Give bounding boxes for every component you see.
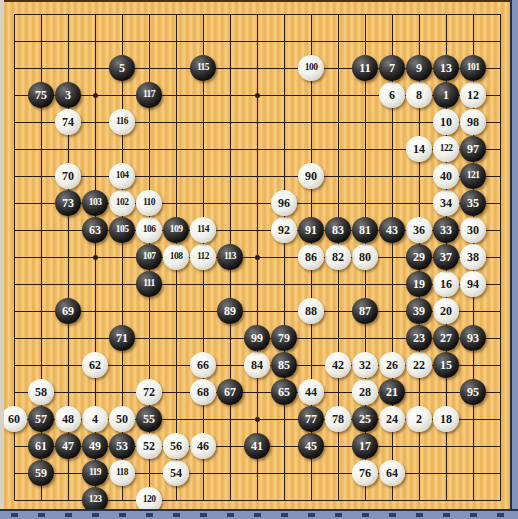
stone-number: 27	[440, 332, 452, 344]
stone-black-39: 39	[406, 298, 432, 324]
star-point	[93, 93, 98, 98]
stone-black-9: 9	[406, 55, 432, 81]
stone-white-74: 74	[55, 109, 81, 135]
stone-number: 16	[440, 278, 452, 290]
stone-black-117: 117	[136, 82, 162, 108]
stone-number: 111	[143, 279, 155, 289]
stone-black-13: 13	[433, 55, 459, 81]
stone-white-68: 68	[190, 379, 216, 405]
stone-black-71: 71	[109, 325, 135, 351]
stone-white-86: 86	[298, 244, 324, 270]
stone-white-64: 64	[379, 460, 405, 486]
stone-white-116: 116	[109, 109, 135, 135]
stone-black-43: 43	[379, 217, 405, 243]
stone-number: 33	[440, 224, 452, 236]
stone-black-57: 57	[28, 406, 54, 432]
stone-black-97: 97	[460, 136, 486, 162]
stone-number: 91	[305, 224, 317, 236]
stone-white-94: 94	[460, 271, 486, 297]
stone-white-76: 76	[352, 460, 378, 486]
stone-number: 22	[413, 359, 425, 371]
stone-white-98: 98	[460, 109, 486, 135]
stone-white-18: 18	[433, 406, 459, 432]
stone-number: 83	[332, 224, 344, 236]
stone-number: 68	[197, 386, 209, 398]
stone-number: 13	[440, 62, 452, 74]
stone-number: 36	[413, 224, 425, 236]
stone-number: 28	[359, 386, 371, 398]
stone-number: 120	[143, 495, 156, 505]
stone-white-112: 112	[190, 244, 216, 270]
stone-number: 29	[413, 251, 425, 263]
stone-white-40: 40	[433, 163, 459, 189]
star-point	[255, 417, 260, 422]
stone-black-35: 35	[460, 190, 486, 216]
stone-white-80: 80	[352, 244, 378, 270]
clipped-coordinate-label	[65, 513, 72, 517]
stone-black-107: 107	[136, 244, 162, 270]
stone-white-88: 88	[298, 298, 324, 324]
stone-white-6: 6	[379, 82, 405, 108]
star-point	[255, 255, 260, 260]
stone-white-44: 44	[298, 379, 324, 405]
stone-number: 56	[170, 440, 182, 452]
stone-number: 46	[197, 440, 209, 452]
stone-black-89: 89	[217, 298, 243, 324]
stone-number: 102	[116, 198, 129, 208]
stone-black-7: 7	[379, 55, 405, 81]
stone-black-109: 109	[163, 217, 189, 243]
window-edge-top	[0, 0, 518, 2]
clipped-coordinate-label	[200, 513, 207, 517]
stone-number: 7	[389, 62, 395, 74]
stone-white-104: 104	[109, 163, 135, 189]
stone-number: 81	[359, 224, 371, 236]
stone-white-118: 118	[109, 460, 135, 486]
stone-black-27: 27	[433, 325, 459, 351]
stone-number: 89	[224, 305, 236, 317]
stone-number: 66	[197, 359, 209, 371]
stone-number: 60	[8, 413, 20, 425]
stone-number: 55	[143, 413, 155, 425]
stone-number: 10	[440, 116, 452, 128]
stone-black-49: 49	[82, 433, 108, 459]
stone-white-50: 50	[109, 406, 135, 432]
stone-black-95: 95	[460, 379, 486, 405]
stone-number: 19	[413, 278, 425, 290]
stone-number: 71	[116, 332, 128, 344]
stone-white-108: 108	[163, 244, 189, 270]
stone-white-16: 16	[433, 271, 459, 297]
stone-number: 25	[359, 413, 371, 425]
stone-black-113: 113	[217, 244, 243, 270]
stone-white-66: 66	[190, 352, 216, 378]
stone-white-8: 8	[406, 82, 432, 108]
stone-white-32: 32	[352, 352, 378, 378]
stone-number: 52	[143, 440, 155, 452]
stone-white-20: 20	[433, 298, 459, 324]
stone-black-103: 103	[82, 190, 108, 216]
clipped-coordinate-label	[119, 513, 126, 517]
stone-black-83: 83	[325, 217, 351, 243]
stone-number: 94	[467, 278, 479, 290]
stone-number: 97	[467, 143, 479, 155]
stone-white-100: 100	[298, 55, 324, 81]
stone-white-46: 46	[190, 433, 216, 459]
stone-number: 43	[386, 224, 398, 236]
clipped-coordinate-label	[227, 513, 234, 517]
stone-black-3: 3	[55, 82, 81, 108]
stone-black-85: 85	[271, 352, 297, 378]
stone-white-2: 2	[406, 406, 432, 432]
stone-number: 26	[386, 359, 398, 371]
stone-number: 88	[305, 305, 317, 317]
stone-number: 32	[359, 359, 371, 371]
stone-black-105: 105	[109, 217, 135, 243]
stone-number: 34	[440, 197, 452, 209]
stone-white-42: 42	[325, 352, 351, 378]
stone-number: 84	[251, 359, 263, 371]
stone-number: 104	[116, 171, 129, 181]
stone-number: 64	[386, 467, 398, 479]
stone-number: 47	[62, 440, 74, 452]
stone-number: 53	[116, 440, 128, 452]
stone-number: 95	[467, 386, 479, 398]
stone-black-11: 11	[352, 55, 378, 81]
stone-number: 90	[305, 170, 317, 182]
stone-black-55: 55	[136, 406, 162, 432]
stone-number: 87	[359, 305, 371, 317]
stone-number: 93	[467, 332, 479, 344]
stone-white-12: 12	[460, 82, 486, 108]
clipped-coordinate-label	[92, 513, 99, 517]
stone-black-91: 91	[298, 217, 324, 243]
stone-number: 49	[89, 440, 101, 452]
stone-number: 70	[62, 170, 74, 182]
stone-number: 18	[440, 413, 452, 425]
stone-black-111: 111	[136, 271, 162, 297]
stone-white-34: 34	[433, 190, 459, 216]
stone-black-79: 79	[271, 325, 297, 351]
stone-number: 6	[389, 89, 395, 101]
stone-number: 92	[278, 224, 290, 236]
stone-number: 100	[305, 63, 318, 73]
clipped-coordinate-label	[11, 513, 18, 517]
stone-number: 63	[89, 224, 101, 236]
stone-black-29: 29	[406, 244, 432, 270]
stone-white-56: 56	[163, 433, 189, 459]
stone-black-93: 93	[460, 325, 486, 351]
clipped-coordinate-label	[281, 513, 288, 517]
stone-white-92: 92	[271, 217, 297, 243]
stone-white-106: 106	[136, 217, 162, 243]
stone-white-70: 70	[55, 163, 81, 189]
stone-number: 99	[251, 332, 263, 344]
stone-white-54: 54	[163, 460, 189, 486]
stone-black-59: 59	[28, 460, 54, 486]
star-point	[93, 255, 98, 260]
star-point	[255, 93, 260, 98]
stone-number: 115	[197, 63, 209, 73]
stone-number: 37	[440, 251, 452, 263]
stone-white-58: 58	[28, 379, 54, 405]
clipped-coordinate-label	[497, 513, 504, 517]
stone-white-10: 10	[433, 109, 459, 135]
clipped-coordinate-label	[146, 513, 153, 517]
stone-number: 58	[35, 386, 47, 398]
stone-white-30: 30	[460, 217, 486, 243]
stone-black-69: 69	[55, 298, 81, 324]
stone-black-75: 75	[28, 82, 54, 108]
stone-number: 61	[35, 440, 47, 452]
window-edge-left	[0, 0, 4, 519]
stone-white-52: 52	[136, 433, 162, 459]
stone-white-84: 84	[244, 352, 270, 378]
stone-number: 14	[413, 143, 425, 155]
stone-white-96: 96	[271, 190, 297, 216]
stone-number: 82	[332, 251, 344, 263]
stone-white-48: 48	[55, 406, 81, 432]
stone-number: 35	[467, 197, 479, 209]
stone-number: 109	[170, 225, 183, 235]
stone-number: 78	[332, 413, 344, 425]
stone-black-37: 37	[433, 244, 459, 270]
stone-number: 4	[92, 413, 98, 425]
stone-number: 106	[143, 225, 156, 235]
clipped-coordinate-label	[389, 513, 396, 517]
go-board[interactable]: 1234567891011121314151617181920212223242…	[0, 0, 518, 519]
stone-white-102: 102	[109, 190, 135, 216]
stone-number: 24	[386, 413, 398, 425]
stone-black-119: 119	[82, 460, 108, 486]
stone-number: 15	[440, 359, 452, 371]
stone-black-121: 121	[460, 163, 486, 189]
stone-number: 112	[197, 252, 209, 262]
stone-number: 59	[35, 467, 47, 479]
stone-number: 41	[251, 440, 263, 452]
stone-number: 107	[143, 252, 156, 262]
stone-black-47: 47	[55, 433, 81, 459]
stone-white-72: 72	[136, 379, 162, 405]
stone-white-78: 78	[325, 406, 351, 432]
stone-number: 69	[62, 305, 74, 317]
stone-number: 76	[359, 467, 371, 479]
stone-number: 2	[416, 413, 422, 425]
stone-white-110: 110	[136, 190, 162, 216]
stone-number: 98	[467, 116, 479, 128]
stone-number: 9	[416, 62, 422, 74]
stone-number: 117	[143, 90, 155, 100]
stone-black-19: 19	[406, 271, 432, 297]
stone-black-65: 65	[271, 379, 297, 405]
stone-black-63: 63	[82, 217, 108, 243]
stone-white-60: 60	[1, 406, 27, 432]
window-edge-bottom	[0, 509, 518, 519]
stone-number: 86	[305, 251, 317, 263]
stone-number: 54	[170, 467, 182, 479]
stone-number: 116	[116, 117, 128, 127]
clipped-coordinate-label	[308, 513, 315, 517]
stone-number: 42	[332, 359, 344, 371]
stone-black-77: 77	[298, 406, 324, 432]
stone-number: 121	[467, 171, 480, 181]
stone-black-15: 15	[433, 352, 459, 378]
stone-black-99: 99	[244, 325, 270, 351]
stone-number: 79	[278, 332, 290, 344]
stone-number: 40	[440, 170, 452, 182]
clipped-coordinate-label	[335, 513, 342, 517]
stone-number: 21	[386, 386, 398, 398]
stone-white-24: 24	[379, 406, 405, 432]
stone-number: 50	[116, 413, 128, 425]
stone-number: 77	[305, 413, 317, 425]
stone-number: 11	[359, 62, 370, 74]
stone-white-82: 82	[325, 244, 351, 270]
clipped-coordinate-label	[443, 513, 450, 517]
stone-number: 110	[143, 198, 155, 208]
stone-number: 74	[62, 116, 74, 128]
stone-number: 108	[170, 252, 183, 262]
stone-black-81: 81	[352, 217, 378, 243]
stone-white-38: 38	[460, 244, 486, 270]
stone-black-1: 1	[433, 82, 459, 108]
clipped-coordinate-label	[416, 513, 423, 517]
stone-number: 48	[62, 413, 74, 425]
stone-white-122: 122	[433, 136, 459, 162]
stone-number: 44	[305, 386, 317, 398]
clipped-coordinate-label	[173, 513, 180, 517]
stone-white-62: 62	[82, 352, 108, 378]
stone-number: 101	[467, 63, 480, 73]
stone-white-22: 22	[406, 352, 432, 378]
clipped-coordinate-label	[470, 513, 477, 517]
stone-white-90: 90	[298, 163, 324, 189]
stone-black-101: 101	[460, 55, 486, 81]
stone-white-28: 28	[352, 379, 378, 405]
stone-black-53: 53	[109, 433, 135, 459]
stone-number: 113	[224, 252, 236, 262]
stone-black-61: 61	[28, 433, 54, 459]
stone-black-23: 23	[406, 325, 432, 351]
stone-number: 1	[443, 89, 449, 101]
stone-number: 30	[467, 224, 479, 236]
stone-number: 123	[89, 495, 102, 505]
stone-number: 80	[359, 251, 371, 263]
stone-number: 119	[89, 468, 101, 478]
stone-number: 45	[305, 440, 317, 452]
stone-number: 57	[35, 413, 47, 425]
stone-number: 114	[197, 225, 209, 235]
stone-black-87: 87	[352, 298, 378, 324]
stone-number: 73	[62, 197, 74, 209]
stone-black-41: 41	[244, 433, 270, 459]
stone-black-67: 67	[217, 379, 243, 405]
clipped-coordinate-label	[38, 513, 45, 517]
stone-black-21: 21	[379, 379, 405, 405]
stone-white-26: 26	[379, 352, 405, 378]
stone-black-73: 73	[55, 190, 81, 216]
stone-number: 3	[65, 89, 71, 101]
stone-black-25: 25	[352, 406, 378, 432]
stone-number: 38	[467, 251, 479, 263]
stone-number: 20	[440, 305, 452, 317]
stone-black-5: 5	[109, 55, 135, 81]
stone-number: 85	[278, 359, 290, 371]
stone-number: 39	[413, 305, 425, 317]
stone-number: 8	[416, 89, 422, 101]
clipped-coordinate-label	[254, 513, 261, 517]
stone-number: 105	[116, 225, 129, 235]
window-edge-right	[510, 0, 518, 519]
stone-number: 17	[359, 440, 371, 452]
stone-black-33: 33	[433, 217, 459, 243]
clipped-coordinate-label	[362, 513, 369, 517]
stone-number: 72	[143, 386, 155, 398]
stone-white-114: 114	[190, 217, 216, 243]
stone-number: 118	[116, 468, 128, 478]
stone-number: 5	[119, 62, 125, 74]
stone-number: 67	[224, 386, 236, 398]
stone-white-14: 14	[406, 136, 432, 162]
stone-number: 75	[35, 89, 47, 101]
stone-black-115: 115	[190, 55, 216, 81]
stone-white-36: 36	[406, 217, 432, 243]
stone-number: 103	[89, 198, 102, 208]
stone-black-45: 45	[298, 433, 324, 459]
stone-number: 65	[278, 386, 290, 398]
stone-number: 96	[278, 197, 290, 209]
stone-black-17: 17	[352, 433, 378, 459]
stone-number: 12	[467, 89, 479, 101]
stone-number: 23	[413, 332, 425, 344]
stone-white-4: 4	[82, 406, 108, 432]
stone-number: 122	[440, 144, 453, 154]
stone-number: 62	[89, 359, 101, 371]
